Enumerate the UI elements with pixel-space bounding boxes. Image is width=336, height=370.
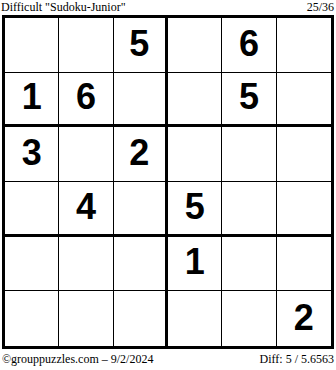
- cell-r2c1: 1: [5, 73, 59, 128]
- puzzle-counter: 25/36: [307, 0, 334, 14]
- cell-r6c6: 2: [277, 291, 331, 346]
- difficulty-text: Diff: 5 / 5.6563: [260, 352, 334, 366]
- cell-r3c1: 3: [5, 127, 59, 182]
- cell-r2c3[interactable]: [114, 73, 168, 128]
- cell-r1c6[interactable]: [277, 18, 331, 73]
- puzzle-title: Difficult "Sudoku-Junior": [1, 0, 126, 14]
- cell-r5c6[interactable]: [277, 237, 331, 292]
- cell-r6c3[interactable]: [114, 291, 168, 346]
- given-digit: 2: [129, 135, 149, 171]
- given-digit: 6: [239, 26, 259, 62]
- footer: ©grouppuzzles.com – 9/2/2024 Diff: 5 / 5…: [0, 352, 336, 370]
- cell-r3c3: 2: [114, 127, 168, 182]
- credit-text: ©grouppuzzles.com – 9/2/2024: [2, 352, 153, 366]
- cell-r3c5[interactable]: [222, 127, 276, 182]
- cell-r6c5[interactable]: [222, 291, 276, 346]
- cell-r5c3[interactable]: [114, 237, 168, 292]
- cell-r4c1[interactable]: [5, 182, 59, 237]
- cell-r1c4[interactable]: [168, 18, 222, 73]
- given-digit: 4: [76, 189, 96, 225]
- cell-r6c4[interactable]: [168, 291, 222, 346]
- cell-r2c6[interactable]: [277, 73, 331, 128]
- cell-r5c2[interactable]: [59, 237, 113, 292]
- cell-r4c5[interactable]: [222, 182, 276, 237]
- given-digit: 5: [129, 26, 149, 62]
- cell-r5c4: 1: [168, 237, 222, 292]
- cell-r5c5[interactable]: [222, 237, 276, 292]
- cell-r6c1[interactable]: [5, 291, 59, 346]
- cell-r6c2[interactable]: [59, 291, 113, 346]
- given-digit: 5: [185, 189, 205, 225]
- board: 56165324512: [2, 15, 334, 349]
- cell-r4c4: 5: [168, 182, 222, 237]
- given-digit: 2: [294, 300, 314, 336]
- cell-r4c6[interactable]: [277, 182, 331, 237]
- given-digit: 1: [22, 79, 42, 115]
- cell-r3c6[interactable]: [277, 127, 331, 182]
- cell-r2c5: 5: [222, 73, 276, 128]
- cell-r2c2: 6: [59, 73, 113, 128]
- cell-r3c2[interactable]: [59, 127, 113, 182]
- header: Difficult "Sudoku-Junior" 25/36: [0, 0, 336, 14]
- given-digit: 5: [239, 79, 259, 115]
- cell-r1c5: 6: [222, 18, 276, 73]
- cell-r1c1[interactable]: [5, 18, 59, 73]
- cell-r4c3[interactable]: [114, 182, 168, 237]
- given-digit: 1: [185, 244, 205, 280]
- cell-r2c4[interactable]: [168, 73, 222, 128]
- cell-r1c2[interactable]: [59, 18, 113, 73]
- cell-r5c1[interactable]: [5, 237, 59, 292]
- cell-r3c4[interactable]: [168, 127, 222, 182]
- given-digit: 6: [76, 79, 96, 115]
- given-digit: 3: [22, 135, 42, 171]
- cell-r4c2: 4: [59, 182, 113, 237]
- cell-r1c3: 5: [114, 18, 168, 73]
